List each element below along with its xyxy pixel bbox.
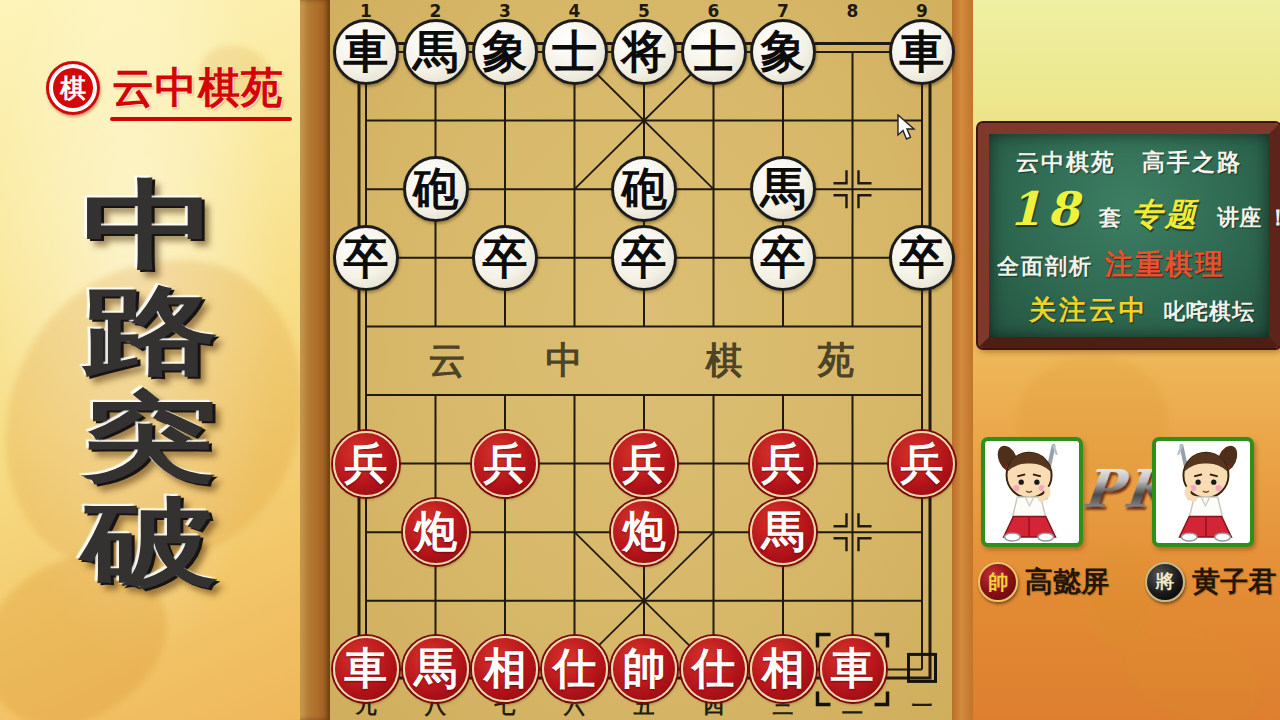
file-label-top: 4: [569, 1, 581, 21]
file-label-top: 5: [638, 1, 650, 21]
river-inscription-char: 苑: [818, 336, 855, 386]
piece-black[interactable]: 車: [889, 19, 955, 85]
right-panel: 云中棋苑 高手之路 18 套 专题 讲座 ！ 全面剖析 注重棋理 关注云中 叱咤…: [973, 0, 1280, 720]
red-badge-char: 帥: [988, 569, 1008, 596]
video-frame: 棋 云中棋苑 中路突破 123456789九八七六五四三二一云中棋苑車馬象士将士…: [0, 0, 1280, 720]
brand-logo-icon: 棋: [46, 61, 100, 115]
piece-black[interactable]: 卒: [611, 225, 677, 291]
piece-black[interactable]: 馬: [750, 156, 816, 222]
mouse-cursor: [896, 114, 916, 142]
piece-red[interactable]: 仕: [542, 636, 608, 702]
piece-black[interactable]: 象: [472, 19, 538, 85]
red-player-row: 帥 高懿屏: [978, 562, 1109, 602]
piece-red[interactable]: 馬: [403, 636, 469, 702]
piece-black[interactable]: 砲: [403, 156, 469, 222]
chalkboard-analysis-line: 全面剖析 注重棋理: [997, 246, 1225, 284]
left-sidebar: 棋 云中棋苑 中路突破: [0, 0, 300, 720]
piece-red[interactable]: 車: [333, 636, 399, 702]
piece-red[interactable]: 馬: [750, 499, 816, 565]
piece-red[interactable]: 炮: [611, 499, 677, 565]
piece-red[interactable]: 仕: [681, 636, 747, 702]
piece-black[interactable]: 卒: [889, 225, 955, 291]
piece-black[interactable]: 馬: [403, 19, 469, 85]
piece-red[interactable]: 兵: [333, 431, 399, 497]
piece-black[interactable]: 卒: [333, 225, 399, 291]
file-label-top: 7: [777, 1, 789, 21]
file-label-top: 9: [916, 1, 928, 21]
piece-black[interactable]: 卒: [750, 225, 816, 291]
episode-title: 中路突破: [0, 162, 300, 586]
chalkboard-offer-line: 18 套 专题 讲座 ！: [1009, 182, 1280, 236]
board-grid: [330, 0, 952, 720]
black-badge-char: 將: [1156, 569, 1175, 595]
file-label-top: 8: [847, 1, 859, 21]
piece-black[interactable]: 卒: [472, 225, 538, 291]
xiangqi-board[interactable]: 123456789九八七六五四三二一云中棋苑車馬象士将士象車砲砲馬卒卒卒卒卒兵兵…: [330, 0, 952, 720]
piece-black[interactable]: 士: [681, 19, 747, 85]
red-player-avatar: [981, 437, 1083, 547]
river-inscription-char: 云: [429, 336, 466, 386]
chalkboard-slogan: 高手之路: [1142, 147, 1242, 178]
piece-red[interactable]: 兵: [889, 431, 955, 497]
brand-logo-row: 棋 云中棋苑: [46, 60, 284, 116]
topic-word: 专题: [1131, 194, 1199, 236]
samurai-kid-illustration: [985, 441, 1079, 543]
river-inscription-char: 中: [546, 336, 583, 386]
count-unit: 套: [1099, 203, 1121, 233]
chalkboard-brand: 云中棋苑: [1016, 147, 1116, 178]
piece-red[interactable]: 相: [472, 636, 538, 702]
samurai-kid-illustration: [1156, 441, 1250, 543]
analysis-red-text: 注重棋理: [1105, 246, 1225, 284]
red-player-name: 高懿屏: [1025, 563, 1109, 601]
file-label-top: 2: [430, 1, 442, 21]
piece-black[interactable]: 士: [542, 19, 608, 85]
piece-red[interactable]: 車: [820, 636, 886, 702]
lecture-count: 18: [1009, 182, 1085, 236]
chalkboard-follow-line: 关注云中 叱咤棋坛: [1029, 292, 1255, 328]
piece-black[interactable]: 象: [750, 19, 816, 85]
brand-underline: [110, 117, 292, 121]
piece-black[interactable]: 砲: [611, 156, 677, 222]
piece-red[interactable]: 兵: [611, 431, 677, 497]
lecture-word: 讲座: [1217, 203, 1261, 233]
right-divider: [952, 0, 973, 720]
piece-red[interactable]: 相: [750, 636, 816, 702]
river-inscription-char: 棋: [706, 336, 743, 386]
left-divider: [300, 0, 330, 720]
file-label-top: 1: [360, 1, 372, 21]
file-label-bottom: 一: [912, 692, 933, 720]
promo-chalkboard: 云中棋苑 高手之路 18 套 专题 讲座 ！ 全面剖析 注重棋理 关注云中 叱咤…: [978, 123, 1280, 348]
piece-red[interactable]: 炮: [403, 499, 469, 565]
red-king-badge: 帥: [978, 562, 1018, 602]
piece-red[interactable]: 兵: [750, 431, 816, 497]
piece-black[interactable]: 将: [611, 19, 677, 85]
exclamation: ！: [1267, 203, 1280, 233]
file-label-top: 6: [708, 1, 720, 21]
analysis-white-text: 全面剖析: [997, 252, 1093, 282]
file-label-top: 3: [499, 1, 511, 21]
brand-name: 云中棋苑: [112, 60, 284, 116]
follow-white-text: 叱咤棋坛: [1163, 297, 1255, 327]
chalkboard-headline: 云中棋苑 高手之路: [989, 147, 1269, 178]
black-player-name: 黄子君: [1192, 563, 1276, 601]
logo-char: 棋: [60, 71, 86, 106]
black-player-row: 將 黄子君: [1145, 562, 1276, 602]
piece-red[interactable]: 帥: [611, 636, 677, 702]
piece-red[interactable]: 兵: [472, 431, 538, 497]
follow-yellow-text: 关注云中: [1029, 292, 1149, 328]
black-king-badge: 將: [1145, 562, 1185, 602]
black-player-avatar: [1152, 437, 1254, 547]
piece-black[interactable]: 車: [333, 19, 399, 85]
